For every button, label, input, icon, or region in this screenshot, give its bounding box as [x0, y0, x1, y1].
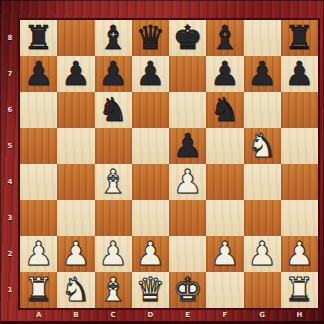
piece-white-pawn-b2[interactable]: ♟ [61, 236, 91, 272]
piece-white-queen-d1[interactable]: ♛ [136, 272, 166, 308]
square-a5[interactable] [20, 128, 57, 164]
square-g2[interactable]: ♟ [244, 236, 281, 272]
square-d1[interactable]: ♛ [132, 272, 169, 308]
rank-label-6: 6 [0, 92, 20, 128]
square-c2[interactable]: ♟ [95, 236, 132, 272]
rank-labels: 87654321 [0, 20, 20, 308]
piece-white-bishop-c4[interactable]: ♝ [98, 164, 128, 200]
piece-white-pawn-c2[interactable]: ♟ [98, 236, 128, 272]
square-c7[interactable]: ♟ [95, 56, 132, 92]
square-f6[interactable]: ♞ [206, 92, 243, 128]
square-e4[interactable]: ♟ [169, 164, 206, 200]
square-f8[interactable]: ♝ [206, 20, 243, 56]
square-b1[interactable]: ♞ [57, 272, 94, 308]
piece-black-pawn-g7[interactable]: ♟ [247, 56, 277, 92]
piece-black-pawn-b7[interactable]: ♟ [61, 56, 91, 92]
square-h7[interactable]: ♟ [281, 56, 318, 92]
square-b6[interactable] [57, 92, 94, 128]
square-f1[interactable] [206, 272, 243, 308]
piece-white-rook-h1[interactable]: ♜ [285, 272, 315, 308]
square-d6[interactable] [132, 92, 169, 128]
piece-black-rook-a8[interactable]: ♜ [24, 20, 54, 56]
square-h2[interactable]: ♟ [281, 236, 318, 272]
square-d5[interactable] [132, 128, 169, 164]
rank-label-4: 4 [0, 164, 20, 200]
piece-black-knight-f6[interactable]: ♞ [210, 92, 240, 128]
square-f7[interactable]: ♟ [206, 56, 243, 92]
square-d7[interactable]: ♟ [132, 56, 169, 92]
square-f5[interactable] [206, 128, 243, 164]
square-c8[interactable]: ♝ [95, 20, 132, 56]
square-h1[interactable]: ♜ [281, 272, 318, 308]
square-g6[interactable] [244, 92, 281, 128]
piece-white-pawn-f2[interactable]: ♟ [210, 236, 240, 272]
piece-black-pawn-a7[interactable]: ♟ [24, 56, 54, 92]
file-label-e: E [169, 308, 206, 321]
square-h6[interactable] [281, 92, 318, 128]
rank-label-5: 5 [0, 128, 20, 164]
piece-black-pawn-h7[interactable]: ♟ [285, 56, 315, 92]
square-c6[interactable]: ♞ [95, 92, 132, 128]
square-a7[interactable]: ♟ [20, 56, 57, 92]
rank-label-2: 2 [0, 236, 20, 272]
piece-white-pawn-h2[interactable]: ♟ [285, 236, 315, 272]
piece-black-bishop-c8[interactable]: ♝ [98, 20, 128, 56]
rank-label-7: 7 [0, 56, 20, 92]
piece-black-pawn-f7[interactable]: ♟ [210, 56, 240, 92]
square-h8[interactable]: ♜ [281, 20, 318, 56]
square-f3[interactable] [206, 200, 243, 236]
piece-white-rook-a1[interactable]: ♜ [24, 272, 54, 308]
file-label-a: A [20, 308, 57, 321]
square-h4[interactable] [281, 164, 318, 200]
piece-black-rook-h8[interactable]: ♜ [285, 20, 315, 56]
square-a3[interactable] [20, 200, 57, 236]
square-c3[interactable] [95, 200, 132, 236]
piece-white-knight-b1[interactable]: ♞ [61, 272, 91, 308]
square-h3[interactable] [281, 200, 318, 236]
chess-board: ♜♝♛♚♝♜♟♟♟♟♟♟♟♞♞♟♞♝♟♟♟♟♟♟♟♟♜♞♝♛♚♜ [20, 20, 318, 308]
piece-black-queen-d8[interactable]: ♛ [136, 20, 166, 56]
square-b3[interactable] [57, 200, 94, 236]
square-g4[interactable] [244, 164, 281, 200]
piece-black-pawn-c7[interactable]: ♟ [98, 56, 128, 92]
piece-black-pawn-d7[interactable]: ♟ [136, 56, 166, 92]
square-e3[interactable] [169, 200, 206, 236]
square-e6[interactable] [169, 92, 206, 128]
piece-black-knight-c6[interactable]: ♞ [98, 92, 128, 128]
square-b8[interactable] [57, 20, 94, 56]
square-f2[interactable]: ♟ [206, 236, 243, 272]
square-d8[interactable]: ♛ [132, 20, 169, 56]
square-e5[interactable]: ♟ [169, 128, 206, 164]
file-label-d: D [132, 308, 169, 321]
square-g1[interactable] [244, 272, 281, 308]
square-g7[interactable]: ♟ [244, 56, 281, 92]
square-d2[interactable]: ♟ [132, 236, 169, 272]
file-labels: ABCDEFGH [20, 308, 318, 321]
square-a4[interactable] [20, 164, 57, 200]
square-b4[interactable] [57, 164, 94, 200]
piece-white-pawn-g2[interactable]: ♟ [247, 236, 277, 272]
piece-black-bishop-f8[interactable]: ♝ [210, 20, 240, 56]
square-h5[interactable] [281, 128, 318, 164]
chess-board-frame: 87654321 ABCDEFGH ♜♝♛♚♝♜♟♟♟♟♟♟♟♞♞♟♞♝♟♟♟♟… [0, 0, 324, 324]
piece-black-king-e8[interactable]: ♚ [173, 20, 203, 56]
piece-white-pawn-d2[interactable]: ♟ [136, 236, 166, 272]
square-a1[interactable]: ♜ [20, 272, 57, 308]
square-b5[interactable] [57, 128, 94, 164]
square-e2[interactable] [169, 236, 206, 272]
square-g8[interactable] [244, 20, 281, 56]
rank-label-3: 3 [0, 200, 20, 236]
square-a8[interactable]: ♜ [20, 20, 57, 56]
square-c4[interactable]: ♝ [95, 164, 132, 200]
square-a6[interactable] [20, 92, 57, 128]
piece-white-pawn-a2[interactable]: ♟ [24, 236, 54, 272]
square-e7[interactable] [169, 56, 206, 92]
square-b2[interactable]: ♟ [57, 236, 94, 272]
square-c5[interactable] [95, 128, 132, 164]
square-b7[interactable]: ♟ [57, 56, 94, 92]
square-f4[interactable] [206, 164, 243, 200]
file-label-g: G [244, 308, 281, 321]
piece-white-bishop-c1[interactable]: ♝ [98, 272, 128, 308]
square-d4[interactable] [132, 164, 169, 200]
file-label-b: B [57, 308, 94, 321]
file-label-c: C [95, 308, 132, 321]
piece-white-pawn-e4[interactable]: ♟ [173, 164, 203, 200]
square-a2[interactable]: ♟ [20, 236, 57, 272]
square-e1[interactable]: ♚ [169, 272, 206, 308]
rank-label-1: 1 [0, 272, 20, 308]
square-e8[interactable]: ♚ [169, 20, 206, 56]
file-label-h: H [281, 308, 318, 321]
piece-white-king-e1[interactable]: ♚ [173, 272, 203, 308]
square-c1[interactable]: ♝ [95, 272, 132, 308]
rank-label-8: 8 [0, 20, 20, 56]
piece-white-knight-g5[interactable]: ♞ [247, 128, 277, 164]
square-d3[interactable] [132, 200, 169, 236]
file-label-f: F [206, 308, 243, 321]
piece-black-pawn-e5[interactable]: ♟ [173, 128, 203, 164]
square-g3[interactable] [244, 200, 281, 236]
square-g5[interactable]: ♞ [244, 128, 281, 164]
